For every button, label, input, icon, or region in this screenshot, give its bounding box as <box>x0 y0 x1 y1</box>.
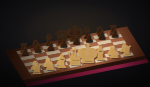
piece-white-knight: ♞ <box>106 44 120 60</box>
piece-black-pawn: ♟ <box>21 46 31 57</box>
piece-black-pawn: ♟ <box>110 28 120 39</box>
piece-white-rook: ♜ <box>30 62 43 76</box>
piece-black-pawn: ♟ <box>33 43 43 54</box>
chessboard-photo-scene: ♜♞♝♛♚♝♞♜♟♟♟♟♟♟♟♟♟♟♟♟♟♟♟♟♜♞♝♛♚♝♞♜ <box>0 0 150 87</box>
piece-white-rook: ♜ <box>120 44 133 58</box>
pieces-layer: ♜♞♝♛♚♝♞♜♟♟♟♟♟♟♟♟♟♟♟♟♟♟♟♟♜♞♝♛♚♝♞♜ <box>0 0 150 87</box>
